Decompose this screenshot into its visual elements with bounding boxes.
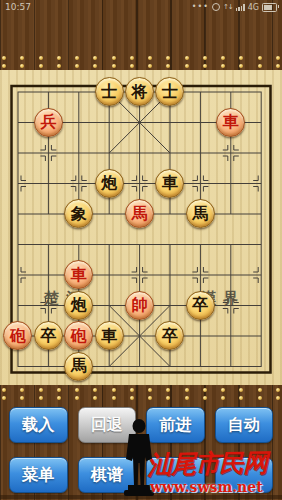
stud — [203, 64, 207, 68]
piece-black-士[interactable]: 士 — [155, 77, 184, 106]
clock: 10:57 — [5, 2, 31, 12]
stud — [93, 64, 97, 68]
data-arrows-icon: ↑↓ — [223, 3, 233, 11]
stud — [20, 64, 24, 68]
piece-red-砲[interactable]: 砲 — [64, 321, 93, 350]
stud-row — [2, 396, 280, 402]
piece-red-砲[interactable]: 砲 — [3, 321, 32, 350]
stud — [166, 56, 170, 60]
stud-row — [2, 388, 280, 394]
stud — [221, 388, 225, 392]
stud — [39, 396, 43, 400]
stud — [130, 396, 134, 400]
piece-black-炮[interactable]: 炮 — [64, 291, 93, 320]
stud — [239, 56, 243, 60]
stud — [93, 56, 97, 60]
stud — [166, 396, 170, 400]
stud — [39, 64, 43, 68]
piece-black-馬[interactable]: 馬 — [186, 199, 215, 228]
stud — [148, 56, 152, 60]
pieces-layer: 士将士兵車炮車象馬馬車炮帥卒砲卒砲車卒馬 — [3, 77, 277, 382]
stud — [276, 388, 280, 392]
stud — [276, 64, 280, 68]
record-button[interactable]: 棋谱 — [78, 457, 137, 493]
stud — [221, 56, 225, 60]
stud — [20, 388, 24, 392]
stud — [112, 396, 116, 400]
stud — [276, 396, 280, 400]
stud — [276, 56, 280, 60]
stud — [185, 56, 189, 60]
stud — [75, 388, 79, 392]
more-icon: ••• — [192, 3, 209, 11]
stud — [221, 64, 225, 68]
stud — [39, 388, 43, 392]
piece-black-馬[interactable]: 馬 — [64, 352, 93, 381]
stud — [57, 396, 61, 400]
stud — [239, 388, 243, 392]
piece-black-車[interactable]: 車 — [95, 321, 124, 350]
stud — [75, 396, 79, 400]
stud — [148, 396, 152, 400]
stud — [75, 56, 79, 60]
piece-red-車[interactable]: 車 — [216, 108, 245, 137]
piece-black-象[interactable]: 象 — [64, 199, 93, 228]
stud — [185, 396, 189, 400]
piece-red-車[interactable]: 車 — [64, 260, 93, 289]
stud — [258, 388, 262, 392]
stud — [20, 396, 24, 400]
stud — [93, 396, 97, 400]
status-bar: 10:57 ••• ↑↓ 4G — [0, 0, 282, 14]
stud — [57, 388, 61, 392]
alarm-icon — [212, 3, 220, 11]
piece-black-炮[interactable]: 炮 — [95, 169, 124, 198]
stud — [221, 396, 225, 400]
piece-red-馬[interactable]: 馬 — [125, 199, 154, 228]
stud — [130, 64, 134, 68]
stud — [112, 56, 116, 60]
piece-black-車[interactable]: 車 — [155, 169, 184, 198]
stud — [130, 388, 134, 392]
battery-icon — [262, 3, 277, 12]
stud-row — [2, 56, 280, 62]
stud — [148, 388, 152, 392]
stud — [166, 64, 170, 68]
bottom-edge — [0, 495, 282, 499]
stud — [20, 56, 24, 60]
signal-icon — [236, 4, 245, 11]
piece-black-将[interactable]: 将 — [125, 77, 154, 106]
covered-button-2[interactable] — [215, 457, 274, 493]
controls-row-1: 载入 回退 前进 自动 — [0, 407, 282, 443]
stud — [203, 56, 207, 60]
stud — [2, 64, 6, 68]
piece-black-士[interactable]: 士 — [95, 77, 124, 106]
piece-red-帥[interactable]: 帥 — [125, 291, 154, 320]
stud — [112, 388, 116, 392]
menu-button[interactable]: 菜单 — [9, 457, 68, 493]
piece-black-卒[interactable]: 卒 — [34, 321, 63, 350]
stud — [2, 388, 6, 392]
stud — [130, 56, 134, 60]
stud — [57, 56, 61, 60]
forward-button[interactable]: 前进 — [146, 407, 205, 443]
stud — [258, 396, 262, 400]
auto-button[interactable]: 自动 — [215, 407, 274, 443]
stud — [148, 64, 152, 68]
stud — [258, 56, 262, 60]
undo-button[interactable]: 回退 — [78, 407, 137, 443]
stud — [112, 64, 116, 68]
piece-black-卒[interactable]: 卒 — [155, 321, 184, 350]
stud — [203, 388, 207, 392]
covered-button-1[interactable] — [146, 457, 205, 493]
stud — [93, 388, 97, 392]
piece-red-兵[interactable]: 兵 — [34, 108, 63, 137]
stud — [75, 64, 79, 68]
stud — [258, 64, 262, 68]
controls-row-2: 菜单 棋谱 — [0, 457, 282, 493]
stud — [239, 396, 243, 400]
stud — [2, 396, 6, 400]
stud — [203, 396, 207, 400]
stud — [39, 56, 43, 60]
stud — [166, 388, 170, 392]
stud — [57, 64, 61, 68]
stud — [185, 64, 189, 68]
stud — [239, 64, 243, 68]
piece-black-卒[interactable]: 卒 — [186, 291, 215, 320]
stud — [185, 388, 189, 392]
network-type: 4G — [248, 3, 259, 12]
load-button[interactable]: 载入 — [9, 407, 68, 443]
stud — [2, 56, 6, 60]
